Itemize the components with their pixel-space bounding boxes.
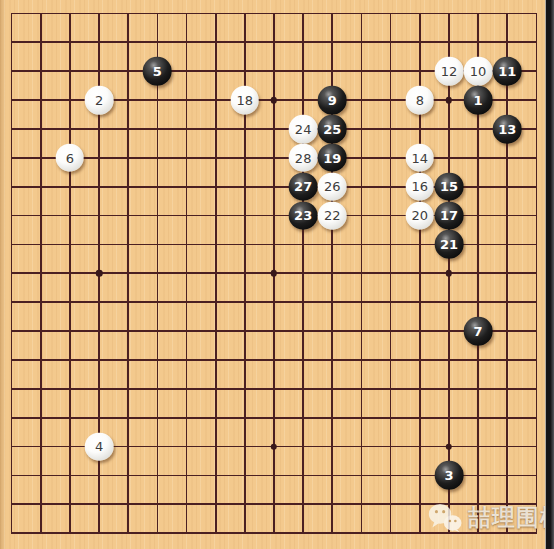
board-intersection	[493, 28, 522, 57]
board-intersection	[347, 519, 376, 548]
board-intersection	[55, 28, 84, 57]
stone-black-1: 1	[464, 86, 493, 115]
star-point	[446, 97, 453, 104]
board-intersection	[289, 461, 318, 490]
star-point	[271, 97, 278, 104]
board-intersection	[259, 28, 288, 57]
board-intersection: 10	[464, 57, 493, 86]
board-intersection	[347, 432, 376, 461]
board-intersection: 15	[434, 172, 463, 201]
board-intersection	[114, 432, 143, 461]
board-intersection	[347, 86, 376, 115]
board-intersection	[289, 259, 318, 288]
board-intersection	[434, 259, 463, 288]
board-intersection	[230, 0, 259, 28]
board-intersection: 16	[405, 172, 434, 201]
board-intersection	[143, 143, 172, 172]
board-intersection: 3	[434, 461, 463, 490]
board-intersection	[289, 432, 318, 461]
board-intersection	[347, 490, 376, 519]
board-intersection	[405, 374, 434, 403]
board-intersection	[405, 432, 434, 461]
board-intersection	[84, 346, 113, 375]
board-intersection	[434, 28, 463, 57]
board-intersection	[114, 403, 143, 432]
board-intersection	[201, 172, 230, 201]
board-intersection: 25	[318, 115, 347, 144]
board-intersection	[55, 201, 84, 230]
board-intersection	[201, 86, 230, 115]
board-intersection	[347, 115, 376, 144]
board-intersection	[259, 432, 288, 461]
board-intersection	[259, 461, 288, 490]
board-intersection	[464, 461, 493, 490]
board-intersection	[464, 259, 493, 288]
board-intersection	[493, 0, 522, 28]
board-intersection	[376, 28, 405, 57]
board-intersection	[84, 115, 113, 144]
stone-white-26: 26	[318, 172, 347, 201]
board-intersection	[230, 519, 259, 548]
board-intersection	[376, 86, 405, 115]
board-intersection	[493, 230, 522, 259]
stone-white-22: 22	[318, 201, 347, 230]
board-intersection	[493, 374, 522, 403]
board-intersection	[172, 461, 201, 490]
board-intersection	[172, 403, 201, 432]
board-intersection	[201, 288, 230, 317]
board-intersection	[289, 28, 318, 57]
board-intersection	[172, 201, 201, 230]
board-intersection	[318, 461, 347, 490]
board-intersection	[84, 143, 113, 172]
board-intersection	[464, 0, 493, 28]
board-intersection	[347, 0, 376, 28]
stone-black-11: 11	[493, 57, 522, 86]
board-intersection	[143, 374, 172, 403]
board-intersection	[230, 259, 259, 288]
board-intersection	[259, 172, 288, 201]
board-intersection	[114, 317, 143, 346]
board-intersection	[172, 432, 201, 461]
stone-black-25: 25	[318, 115, 347, 144]
board-intersection	[493, 346, 522, 375]
stone-white-2: 2	[85, 86, 114, 115]
board-intersection	[26, 461, 55, 490]
board-intersection	[464, 432, 493, 461]
board-intersection: 18	[230, 86, 259, 115]
board-intersection	[376, 432, 405, 461]
stone-black-15: 15	[435, 172, 464, 201]
board-intersection	[143, 288, 172, 317]
board-intersection	[493, 403, 522, 432]
board-intersection	[289, 230, 318, 259]
board-intersection	[143, 346, 172, 375]
board-intersection	[318, 403, 347, 432]
board-intersection: 1	[464, 86, 493, 115]
board-intersection	[347, 201, 376, 230]
board-intersection: 13	[493, 115, 522, 144]
board-intersection	[318, 346, 347, 375]
board-intersection	[347, 172, 376, 201]
board-intersection	[376, 115, 405, 144]
board-intersection	[26, 172, 55, 201]
board-intersection: 23	[289, 201, 318, 230]
board-intersection	[376, 230, 405, 259]
board-intersection	[405, 230, 434, 259]
board-intersection: 21	[434, 230, 463, 259]
board-intersection	[26, 346, 55, 375]
board-intersection	[114, 86, 143, 115]
board-intersection	[172, 346, 201, 375]
board-intersection	[318, 230, 347, 259]
board-intersection	[84, 403, 113, 432]
stone-white-12: 12	[435, 57, 464, 86]
board-intersection: 7	[464, 317, 493, 346]
board-intersection	[114, 490, 143, 519]
board-intersection	[434, 0, 463, 28]
board-intersection	[230, 432, 259, 461]
board-intersection	[230, 57, 259, 86]
board-intersection	[172, 115, 201, 144]
board-intersection	[230, 288, 259, 317]
board-intersection	[143, 403, 172, 432]
board-intersection	[464, 143, 493, 172]
board-intersection	[259, 317, 288, 346]
board-intersection	[318, 519, 347, 548]
board-intersection	[376, 143, 405, 172]
board-intersection	[230, 201, 259, 230]
board-intersection	[201, 490, 230, 519]
board-intersection	[84, 374, 113, 403]
board-intersection	[143, 317, 172, 346]
board-intersection	[55, 519, 84, 548]
board-intersection	[347, 346, 376, 375]
star-point	[271, 443, 278, 450]
board-intersection	[405, 403, 434, 432]
board-intersection	[84, 461, 113, 490]
board-intersection	[347, 288, 376, 317]
board-intersection	[347, 317, 376, 346]
board-intersection	[84, 28, 113, 57]
board-intersection	[114, 374, 143, 403]
board-intersection	[259, 346, 288, 375]
board-intersection	[318, 288, 347, 317]
board-intersection	[493, 432, 522, 461]
board-intersection	[114, 519, 143, 548]
board-intersection	[114, 230, 143, 259]
board-intersection	[55, 432, 84, 461]
board-intersection: 17	[434, 201, 463, 230]
board-intersection	[464, 28, 493, 57]
board-intersection	[230, 374, 259, 403]
board-intersection	[289, 519, 318, 548]
board-intersection	[405, 259, 434, 288]
board-intersection	[376, 346, 405, 375]
board-intersection	[26, 28, 55, 57]
board-intersection	[201, 201, 230, 230]
board-intersection: 11	[493, 57, 522, 86]
board-intersection	[376, 374, 405, 403]
board-intersection	[464, 403, 493, 432]
board-intersection	[259, 490, 288, 519]
stone-black-9: 9	[318, 86, 347, 115]
board-intersection	[289, 346, 318, 375]
stone-black-21: 21	[435, 230, 464, 259]
board-intersection	[55, 461, 84, 490]
board-intersection: 2	[84, 86, 113, 115]
stone-black-17: 17	[435, 201, 464, 230]
board-intersection	[201, 403, 230, 432]
board-intersection	[55, 403, 84, 432]
board-intersection	[114, 346, 143, 375]
board-intersection	[84, 172, 113, 201]
board-intersection	[55, 374, 84, 403]
stone-white-6: 6	[56, 144, 85, 173]
board-intersection	[289, 374, 318, 403]
stone-white-20: 20	[405, 201, 434, 230]
board-intersection	[493, 461, 522, 490]
board-intersection	[434, 432, 463, 461]
board-intersection: 9	[318, 86, 347, 115]
board-intersection	[318, 259, 347, 288]
board-intersection	[259, 519, 288, 548]
board-intersection	[201, 0, 230, 28]
board-intersection	[376, 172, 405, 201]
board-intersection	[289, 86, 318, 115]
board-intersection	[405, 346, 434, 375]
board-intersection	[434, 317, 463, 346]
board-intersection	[143, 115, 172, 144]
stone-white-16: 16	[405, 172, 434, 201]
stone-black-27: 27	[289, 172, 318, 201]
board-intersection	[230, 143, 259, 172]
board-intersection	[259, 86, 288, 115]
board-intersection	[114, 57, 143, 86]
board-intersection	[230, 461, 259, 490]
go-diagram: 5121011218981242513628191427261615232220…	[0, 0, 554, 549]
board-intersection	[376, 317, 405, 346]
board-intersection	[114, 28, 143, 57]
board-intersection	[376, 490, 405, 519]
board-intersection	[405, 57, 434, 86]
stone-white-18: 18	[231, 86, 260, 115]
star-point	[446, 270, 453, 277]
board-intersection	[114, 172, 143, 201]
board-intersection	[143, 490, 172, 519]
board-intersection	[318, 317, 347, 346]
board-intersection	[143, 0, 172, 28]
board-intersection	[26, 317, 55, 346]
stone-black-19: 19	[318, 144, 347, 173]
board-intersection	[143, 432, 172, 461]
stone-white-10: 10	[464, 57, 493, 86]
board-intersection	[230, 115, 259, 144]
board-intersection	[434, 143, 463, 172]
board-intersection	[26, 57, 55, 86]
board-intersection	[493, 317, 522, 346]
board-intersection	[259, 0, 288, 28]
board-intersection	[493, 143, 522, 172]
board-intersection: 8	[405, 86, 434, 115]
board-intersection	[318, 57, 347, 86]
board-intersection	[114, 259, 143, 288]
board-intersection: 22	[318, 201, 347, 230]
board-intersection	[172, 28, 201, 57]
board-intersection	[405, 317, 434, 346]
board-intersection	[172, 86, 201, 115]
board-intersection	[201, 374, 230, 403]
board-intersection	[376, 288, 405, 317]
board-intersection	[434, 403, 463, 432]
board-intersection	[55, 0, 84, 28]
board-intersection: 24	[289, 115, 318, 144]
board-intersection	[376, 0, 405, 28]
star-point	[96, 270, 103, 277]
board-intersection	[464, 201, 493, 230]
board-intersection	[201, 230, 230, 259]
board-intersection	[347, 28, 376, 57]
board-intersection	[114, 115, 143, 144]
board-intersection: 12	[434, 57, 463, 86]
stone-black-23: 23	[289, 201, 318, 230]
board-intersection	[201, 346, 230, 375]
board-intersection	[434, 115, 463, 144]
board-intersection	[55, 346, 84, 375]
wechat-icon	[427, 502, 463, 533]
board-intersection: 5	[143, 57, 172, 86]
board-intersection	[172, 0, 201, 28]
board-intersection	[26, 115, 55, 144]
board-intersection	[289, 0, 318, 28]
board-intersection	[230, 230, 259, 259]
board-intersection: 14	[405, 143, 434, 172]
board-intersection	[259, 201, 288, 230]
board-intersection	[114, 201, 143, 230]
board-intersection	[201, 432, 230, 461]
board-intersection	[172, 172, 201, 201]
board-intersection	[376, 57, 405, 86]
board-intersection	[259, 403, 288, 432]
board-intersection	[259, 230, 288, 259]
board-intersection	[201, 28, 230, 57]
board-intersection	[493, 86, 522, 115]
board-intersection	[26, 86, 55, 115]
board-intersection	[172, 288, 201, 317]
board-intersection	[493, 288, 522, 317]
board-intersection: 27	[289, 172, 318, 201]
board-intersection	[376, 519, 405, 548]
board-intersection	[289, 403, 318, 432]
board-intersection	[259, 259, 288, 288]
board-intersection: 20	[405, 201, 434, 230]
board-intersection	[464, 115, 493, 144]
board-intersection	[434, 374, 463, 403]
board-intersection	[493, 172, 522, 201]
board-intersection	[84, 57, 113, 86]
board-intersection	[259, 57, 288, 86]
board-intersection	[114, 143, 143, 172]
board-intersection	[143, 86, 172, 115]
board-intersection	[26, 490, 55, 519]
board-intersection	[172, 230, 201, 259]
board-intersection	[172, 57, 201, 86]
stone-black-3: 3	[435, 461, 464, 490]
board-intersection	[26, 288, 55, 317]
board-intersection	[434, 288, 463, 317]
board-intersection	[55, 57, 84, 86]
board-intersection	[230, 346, 259, 375]
board-intersection	[376, 259, 405, 288]
board-intersection	[201, 115, 230, 144]
board-intersection	[376, 461, 405, 490]
board-intersection	[55, 317, 84, 346]
board-intersection	[405, 115, 434, 144]
board-intersection	[201, 519, 230, 548]
board-intersection	[26, 230, 55, 259]
board-intersection	[230, 28, 259, 57]
watermark-text: 喆理围棋	[468, 502, 554, 533]
board-intersection	[84, 230, 113, 259]
board-intersection	[230, 403, 259, 432]
board-intersection	[434, 346, 463, 375]
board-intersection	[143, 230, 172, 259]
board-intersection	[347, 461, 376, 490]
star-point	[446, 443, 453, 450]
board-intersection	[172, 374, 201, 403]
board-intersection: 19	[318, 143, 347, 172]
board-intersection	[493, 259, 522, 288]
board-intersection	[318, 374, 347, 403]
board-intersection	[347, 403, 376, 432]
board-intersection	[318, 432, 347, 461]
board-intersection	[143, 28, 172, 57]
board-intersection	[84, 490, 113, 519]
board-intersection	[143, 259, 172, 288]
board-intersection	[230, 317, 259, 346]
stone-white-4: 4	[85, 432, 114, 461]
board-intersection	[259, 374, 288, 403]
board-intersection	[201, 317, 230, 346]
board-intersection	[26, 0, 55, 28]
board-intersection	[172, 259, 201, 288]
board-intersection	[172, 317, 201, 346]
board-intersection	[84, 519, 113, 548]
board-intersection	[376, 403, 405, 432]
go-board: 5121011218981242513628191427261615232220…	[0, 0, 551, 548]
board-intersection	[114, 461, 143, 490]
board-intersection: 26	[318, 172, 347, 201]
board-intersection	[405, 28, 434, 57]
board-intersection	[201, 143, 230, 172]
stone-white-14: 14	[405, 144, 434, 173]
board-intersection	[405, 0, 434, 28]
board-intersection	[172, 519, 201, 548]
stone-black-13: 13	[493, 115, 522, 144]
star-point	[271, 270, 278, 277]
board-intersection	[26, 432, 55, 461]
board-intersection	[55, 172, 84, 201]
board-intersection	[259, 115, 288, 144]
board-intersection	[84, 259, 113, 288]
board-intersection: 4	[84, 432, 113, 461]
board-intersection	[493, 201, 522, 230]
board-intersection	[201, 259, 230, 288]
board-intersection	[464, 288, 493, 317]
board-intersection	[55, 230, 84, 259]
stone-black-7: 7	[464, 317, 493, 346]
board-intersection	[464, 172, 493, 201]
